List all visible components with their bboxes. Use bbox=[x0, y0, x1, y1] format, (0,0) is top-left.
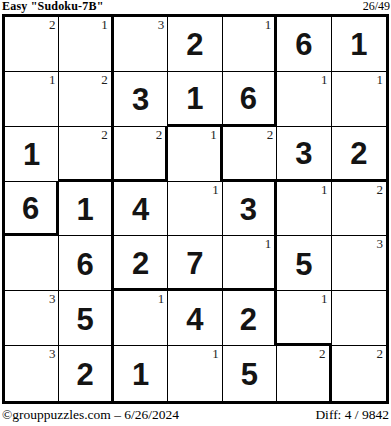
given-digit: 3 bbox=[132, 82, 149, 115]
cell-r2c6[interactable]: 1 bbox=[277, 72, 331, 127]
pencil-mark: 1 bbox=[321, 291, 328, 306]
given-digit: 1 bbox=[77, 192, 94, 225]
pencil-mark: 1 bbox=[265, 236, 272, 251]
given-digit: 6 bbox=[22, 191, 39, 224]
copyright-date: ©grouppuzzles.com – 6/26/2024 bbox=[2, 407, 179, 423]
given-digit: 1 bbox=[350, 27, 367, 60]
cell-r6c2: 5 bbox=[59, 291, 113, 346]
pencil-mark: 2 bbox=[267, 127, 274, 142]
difficulty-label: Diff: 4 / 9842 bbox=[315, 407, 389, 423]
cell-r5c1[interactable] bbox=[5, 236, 59, 291]
cell-r7c3: 1 bbox=[114, 346, 168, 401]
pencil-mark: 1 bbox=[265, 17, 272, 32]
pencil-mark: 1 bbox=[49, 72, 56, 87]
footer: ©grouppuzzles.com – 6/26/2024 Diff: 4 / … bbox=[0, 404, 391, 423]
given-digit: 2 bbox=[240, 302, 257, 335]
given-digit: 4 bbox=[132, 192, 149, 225]
cell-r4c1: 6 bbox=[5, 182, 59, 237]
given-digit: 2 bbox=[350, 136, 367, 169]
cell-r7c7[interactable]: 2 bbox=[332, 346, 386, 401]
pencil-mark: 1 bbox=[321, 72, 328, 87]
pencil-mark: 2 bbox=[319, 346, 326, 361]
cell-r2c4: 1 bbox=[168, 72, 222, 127]
pencil-mark: 1 bbox=[212, 346, 219, 361]
cell-r7c4[interactable]: 1 bbox=[168, 346, 222, 401]
given-digit: 5 bbox=[295, 247, 312, 280]
cell-r7c2: 2 bbox=[59, 346, 113, 401]
given-digit: 3 bbox=[295, 136, 312, 169]
cell-r2c7[interactable]: 1 bbox=[332, 72, 386, 127]
given-digit: 2 bbox=[186, 27, 203, 60]
puzzle-title: Easy "Sudoku-7B" bbox=[2, 0, 104, 14]
cell-r4c4[interactable]: 1 bbox=[168, 182, 222, 237]
given-digit: 5 bbox=[241, 357, 258, 390]
puzzle-page: Easy "Sudoku-7B" 26/49 21321611231611122… bbox=[0, 0, 391, 426]
cell-r5c3: 2 bbox=[114, 236, 168, 291]
given-digit: 4 bbox=[186, 302, 203, 335]
cell-r4c2: 1 bbox=[59, 182, 113, 237]
pencil-mark: 2 bbox=[101, 72, 108, 87]
cell-r3c1: 1 bbox=[5, 127, 59, 182]
sudoku-grid: 2132161123161112212326141312627153351421… bbox=[2, 14, 389, 404]
pencil-mark: 1 bbox=[210, 127, 217, 142]
pencil-mark: 2 bbox=[49, 17, 56, 32]
given-digit: 2 bbox=[77, 357, 94, 390]
cell-r3c2[interactable]: 2 bbox=[59, 127, 113, 182]
given-digit: 1 bbox=[186, 81, 203, 114]
cell-r6c7[interactable] bbox=[332, 291, 386, 346]
cell-r6c6[interactable]: 1 bbox=[277, 291, 331, 346]
cell-r1c6: 6 bbox=[277, 17, 331, 72]
cell-r1c4: 2 bbox=[168, 17, 222, 72]
given-digit: 2 bbox=[132, 246, 149, 279]
pencil-mark: 2 bbox=[101, 127, 108, 142]
cell-r2c5: 6 bbox=[223, 72, 277, 127]
cell-r3c7: 2 bbox=[332, 127, 386, 182]
given-digit: 6 bbox=[240, 81, 257, 114]
cell-r5c2: 6 bbox=[59, 236, 113, 291]
pencil-mark: 1 bbox=[101, 17, 108, 32]
cell-r2c1[interactable]: 1 bbox=[5, 72, 59, 127]
pencil-mark: 1 bbox=[158, 291, 165, 306]
cell-r3c5[interactable]: 2 bbox=[223, 127, 277, 182]
given-digit: 6 bbox=[295, 27, 312, 60]
pencil-mark: 1 bbox=[376, 72, 383, 87]
cell-r5c5[interactable]: 1 bbox=[223, 236, 277, 291]
cell-r3c3[interactable]: 2 bbox=[114, 127, 168, 182]
cell-r1c3[interactable]: 3 bbox=[114, 17, 168, 72]
cell-r2c3: 3 bbox=[114, 72, 168, 127]
cell-r1c7: 1 bbox=[332, 17, 386, 72]
cell-r7c5: 5 bbox=[223, 346, 277, 401]
given-digit: 6 bbox=[77, 247, 94, 280]
cell-r2c2[interactable]: 2 bbox=[59, 72, 113, 127]
cell-r3c6: 3 bbox=[277, 127, 331, 182]
pencil-mark: 3 bbox=[49, 291, 56, 306]
cell-r6c1[interactable]: 3 bbox=[5, 291, 59, 346]
cell-r3c4[interactable]: 1 bbox=[168, 127, 222, 182]
cell-r5c7[interactable]: 3 bbox=[332, 236, 386, 291]
pencil-mark: 3 bbox=[158, 17, 165, 32]
pencil-mark: 2 bbox=[156, 127, 163, 142]
cell-r1c1[interactable]: 2 bbox=[5, 17, 59, 72]
given-digit: 1 bbox=[132, 357, 149, 390]
cell-r5c6: 5 bbox=[277, 236, 331, 291]
cell-r4c5: 3 bbox=[223, 182, 277, 237]
cell-r4c7[interactable]: 2 bbox=[332, 182, 386, 237]
cells-remaining-counter: 26/49 bbox=[363, 0, 390, 14]
given-digit: 1 bbox=[23, 137, 40, 170]
given-digit: 5 bbox=[77, 302, 94, 335]
cell-r1c5[interactable]: 1 bbox=[223, 17, 277, 72]
cell-r6c3[interactable]: 1 bbox=[114, 291, 168, 346]
cell-r6c4: 4 bbox=[168, 291, 222, 346]
cell-r4c3: 4 bbox=[114, 182, 168, 237]
given-digit: 3 bbox=[240, 192, 257, 225]
cell-r7c6[interactable]: 2 bbox=[277, 346, 331, 401]
cell-r4c6[interactable]: 1 bbox=[277, 182, 331, 237]
pencil-mark: 3 bbox=[376, 236, 383, 251]
cell-r7c1[interactable]: 3 bbox=[5, 346, 59, 401]
given-digit: 7 bbox=[186, 246, 203, 279]
cell-r5c4: 7 bbox=[168, 236, 222, 291]
pencil-mark: 2 bbox=[376, 346, 383, 361]
pencil-mark: 2 bbox=[376, 182, 383, 197]
pencil-mark: 3 bbox=[49, 346, 56, 361]
cell-r6c5: 2 bbox=[223, 291, 277, 346]
pencil-mark: 1 bbox=[212, 182, 219, 197]
cell-r1c2[interactable]: 1 bbox=[59, 17, 113, 72]
header: Easy "Sudoku-7B" 26/49 bbox=[0, 0, 391, 14]
pencil-mark: 1 bbox=[321, 182, 328, 197]
